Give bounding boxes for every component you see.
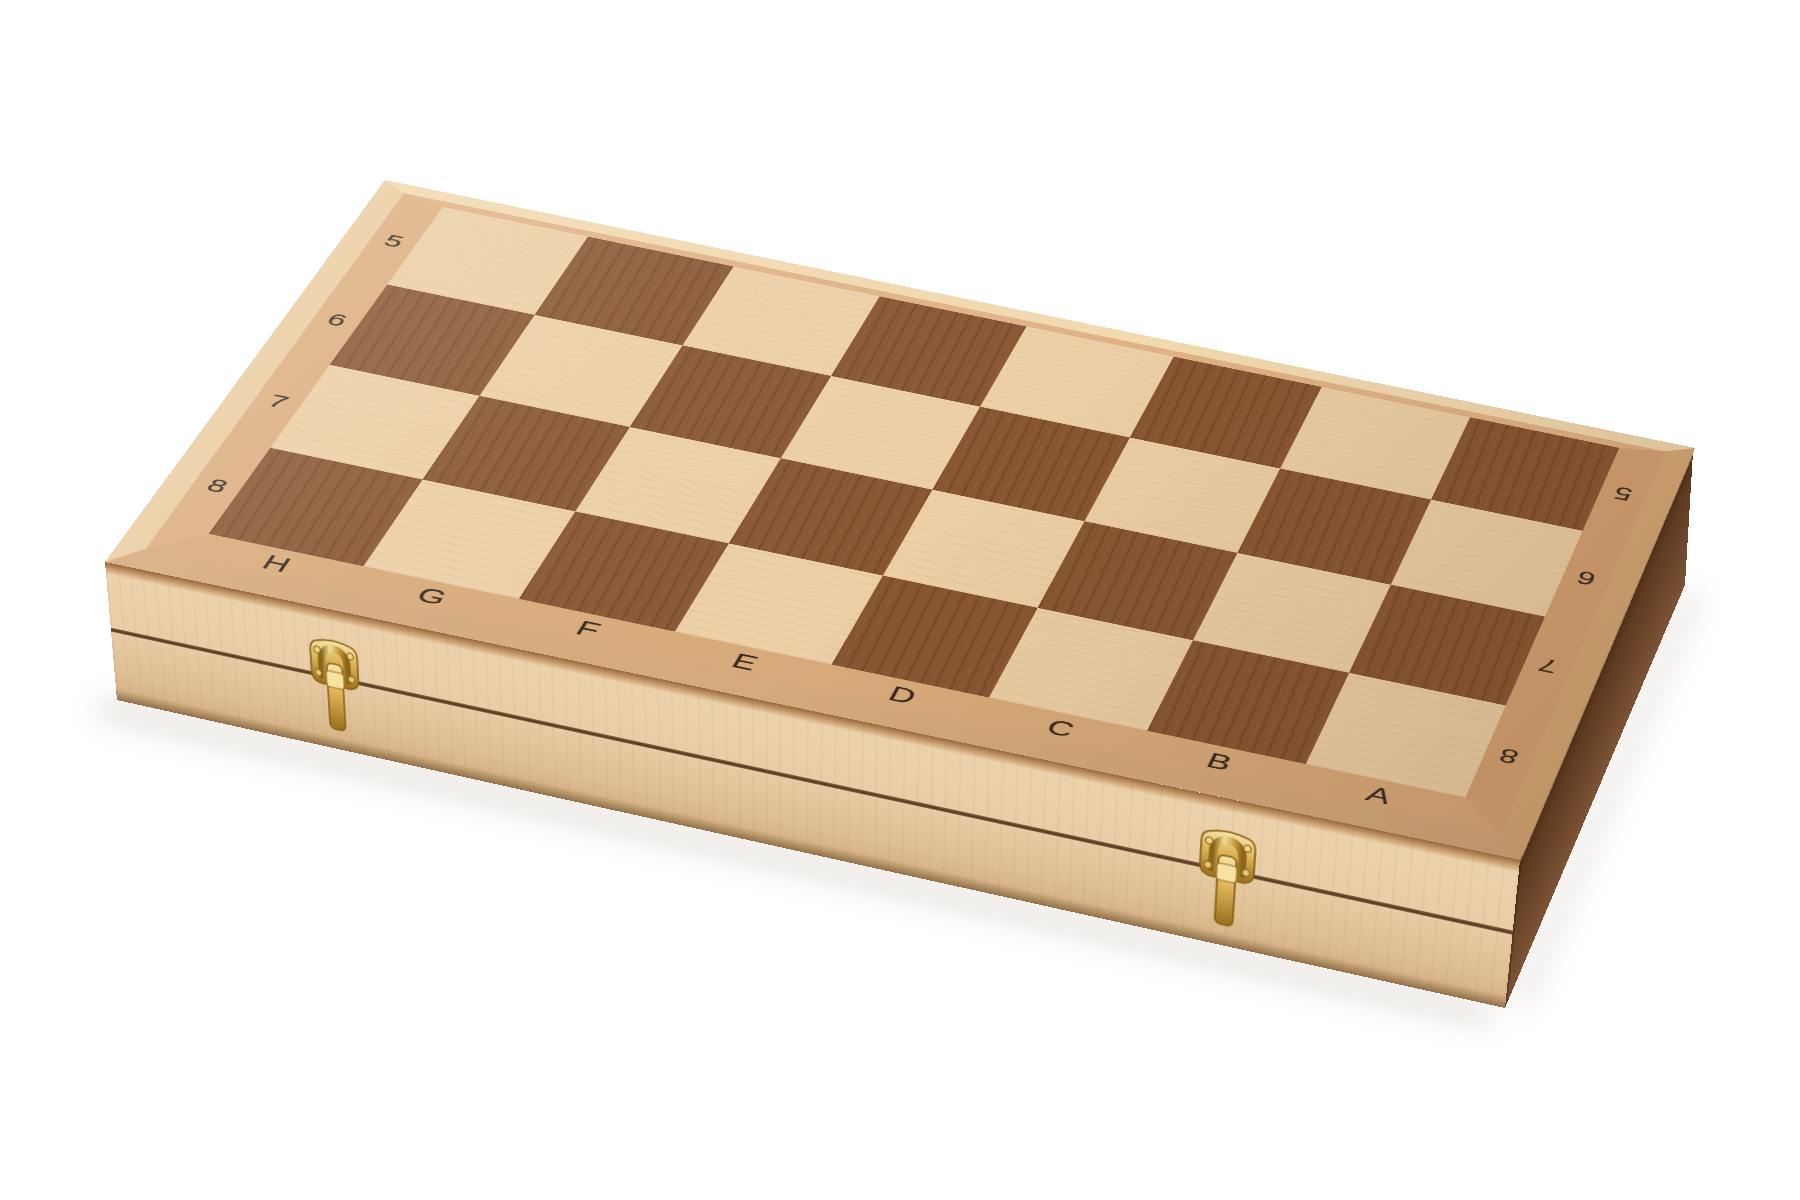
brass-latch-right <box>1192 822 1261 940</box>
chess-box-product-photo: 56785678HGFEDCBA <box>0 0 1800 1200</box>
latch-icon <box>1192 822 1261 940</box>
brass-latch-left <box>305 632 365 743</box>
latch-icon <box>305 632 365 743</box>
